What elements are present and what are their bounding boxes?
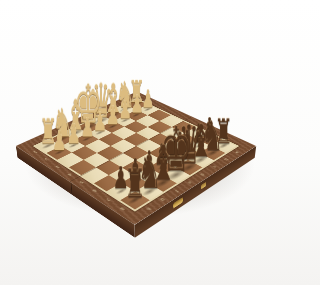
brass-hinge <box>201 182 206 190</box>
white-pawn-piece[interactable]: ♟ <box>52 129 67 152</box>
white-pawn-piece[interactable]: ♟ <box>118 100 132 121</box>
photo-background: abcdefgh12345678 ♜♞♝♛♚♝♞♜♟♟♟♟♟♟♟♟♟♟♟♟♟♟♟… <box>0 0 285 285</box>
white-pawn-piece[interactable]: ♟ <box>66 123 81 146</box>
pieces-layer: ♜♞♝♛♚♝♞♜♟♟♟♟♟♟♟♟♟♟♟♟♟♟♟♟♜♞♝♛♚♝♞♜ <box>16 91 256 224</box>
white-pawn-piece[interactable]: ♟ <box>93 111 107 133</box>
brass-latch <box>173 197 183 209</box>
chess-board: abcdefgh12345678 ♜♞♝♛♚♝♞♜♟♟♟♟♟♟♟♟♟♟♟♟♟♟♟… <box>16 91 256 224</box>
scene: abcdefgh12345678 ♜♞♝♛♚♝♞♜♟♟♟♟♟♟♟♟♟♟♟♟♟♟♟… <box>0 0 285 285</box>
black-rook-piece[interactable]: ♜ <box>125 167 146 200</box>
white-pawn-piece[interactable]: ♟ <box>80 117 94 140</box>
board-top: abcdefgh12345678 ♜♞♝♛♚♝♞♜♟♟♟♟♟♟♟♟♟♟♟♟♟♟♟… <box>16 91 256 224</box>
white-pawn-piece[interactable]: ♟ <box>106 105 120 127</box>
fold-seam-side <box>71 182 73 195</box>
